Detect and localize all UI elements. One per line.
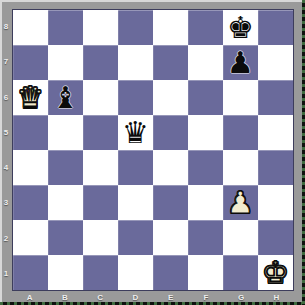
file-label-g: G xyxy=(224,291,259,304)
square-d1[interactable] xyxy=(118,255,153,290)
chess-board: ♚♟♛♝♛♟♚ xyxy=(12,9,294,291)
rank-label-5: 5 xyxy=(0,115,12,150)
square-g2[interactable] xyxy=(223,220,258,255)
square-e2[interactable] xyxy=(153,220,188,255)
rank-labels: 87654321 xyxy=(0,9,12,291)
square-g3[interactable]: ♟ xyxy=(223,185,258,220)
square-d4[interactable] xyxy=(118,150,153,185)
square-c5[interactable] xyxy=(83,115,118,150)
rank-label-2: 2 xyxy=(0,221,12,256)
square-e4[interactable] xyxy=(153,150,188,185)
square-b8[interactable] xyxy=(48,10,83,45)
piece-black-pawn[interactable]: ♟ xyxy=(227,48,254,78)
square-h8[interactable] xyxy=(258,10,293,45)
board-frame: 87654321 ♚♟♛♝♛♟♚ ABCDEFGH xyxy=(0,0,305,305)
square-h3[interactable] xyxy=(258,185,293,220)
square-h7[interactable] xyxy=(258,45,293,80)
frame-bevel-right xyxy=(302,0,305,305)
file-label-b: B xyxy=(47,291,82,304)
piece-black-queen[interactable]: ♛ xyxy=(122,118,149,148)
square-b6[interactable]: ♝ xyxy=(48,80,83,115)
piece-black-king[interactable]: ♚ xyxy=(227,13,254,43)
square-e7[interactable] xyxy=(153,45,188,80)
square-h1[interactable]: ♚ xyxy=(258,255,293,290)
square-e5[interactable] xyxy=(153,115,188,150)
file-label-d: D xyxy=(118,291,153,304)
square-d7[interactable] xyxy=(118,45,153,80)
file-label-e: E xyxy=(153,291,188,304)
square-f8[interactable] xyxy=(188,10,223,45)
square-h6[interactable] xyxy=(258,80,293,115)
square-b7[interactable] xyxy=(48,45,83,80)
square-c2[interactable] xyxy=(83,220,118,255)
square-h2[interactable] xyxy=(258,220,293,255)
square-g1[interactable] xyxy=(223,255,258,290)
square-g8[interactable]: ♚ xyxy=(223,10,258,45)
square-d8[interactable] xyxy=(118,10,153,45)
square-b2[interactable] xyxy=(48,220,83,255)
square-g6[interactable] xyxy=(223,80,258,115)
piece-white-queen[interactable]: ♛ xyxy=(17,83,44,113)
square-b4[interactable] xyxy=(48,150,83,185)
square-b5[interactable] xyxy=(48,115,83,150)
square-b3[interactable] xyxy=(48,185,83,220)
square-g5[interactable] xyxy=(223,115,258,150)
square-f7[interactable] xyxy=(188,45,223,80)
square-f3[interactable] xyxy=(188,185,223,220)
square-g7[interactable]: ♟ xyxy=(223,45,258,80)
square-a1[interactable] xyxy=(13,255,48,290)
square-c1[interactable] xyxy=(83,255,118,290)
square-e3[interactable] xyxy=(153,185,188,220)
file-label-h: H xyxy=(259,291,294,304)
square-d5[interactable]: ♛ xyxy=(118,115,153,150)
square-h5[interactable] xyxy=(258,115,293,150)
square-a7[interactable] xyxy=(13,45,48,80)
square-h4[interactable] xyxy=(258,150,293,185)
rank-label-8: 8 xyxy=(0,9,12,44)
square-f5[interactable] xyxy=(188,115,223,150)
square-a8[interactable] xyxy=(13,10,48,45)
rank-label-6: 6 xyxy=(0,80,12,115)
square-c8[interactable] xyxy=(83,10,118,45)
file-label-c: C xyxy=(83,291,118,304)
frame-bevel-top xyxy=(0,0,305,2)
rank-label-7: 7 xyxy=(0,44,12,79)
square-a3[interactable] xyxy=(13,185,48,220)
square-d3[interactable] xyxy=(118,185,153,220)
square-f2[interactable] xyxy=(188,220,223,255)
square-c7[interactable] xyxy=(83,45,118,80)
rank-label-3: 3 xyxy=(0,185,12,220)
square-b1[interactable] xyxy=(48,255,83,290)
square-c3[interactable] xyxy=(83,185,118,220)
piece-white-king[interactable]: ♚ xyxy=(262,258,289,288)
file-labels: ABCDEFGH xyxy=(12,291,294,304)
square-e6[interactable] xyxy=(153,80,188,115)
piece-black-bishop[interactable]: ♝ xyxy=(52,83,79,113)
square-e8[interactable] xyxy=(153,10,188,45)
square-a2[interactable] xyxy=(13,220,48,255)
rank-label-4: 4 xyxy=(0,150,12,185)
square-f6[interactable] xyxy=(188,80,223,115)
square-f4[interactable] xyxy=(188,150,223,185)
square-g4[interactable] xyxy=(223,150,258,185)
square-f1[interactable] xyxy=(188,255,223,290)
square-d2[interactable] xyxy=(118,220,153,255)
file-label-a: A xyxy=(12,291,47,304)
square-c6[interactable] xyxy=(83,80,118,115)
square-d6[interactable] xyxy=(118,80,153,115)
file-label-f: F xyxy=(188,291,223,304)
square-a6[interactable]: ♛ xyxy=(13,80,48,115)
square-a4[interactable] xyxy=(13,150,48,185)
square-e1[interactable] xyxy=(153,255,188,290)
piece-white-pawn[interactable]: ♟ xyxy=(227,188,254,218)
square-c4[interactable] xyxy=(83,150,118,185)
square-a5[interactable] xyxy=(13,115,48,150)
rank-label-1: 1 xyxy=(0,256,12,291)
